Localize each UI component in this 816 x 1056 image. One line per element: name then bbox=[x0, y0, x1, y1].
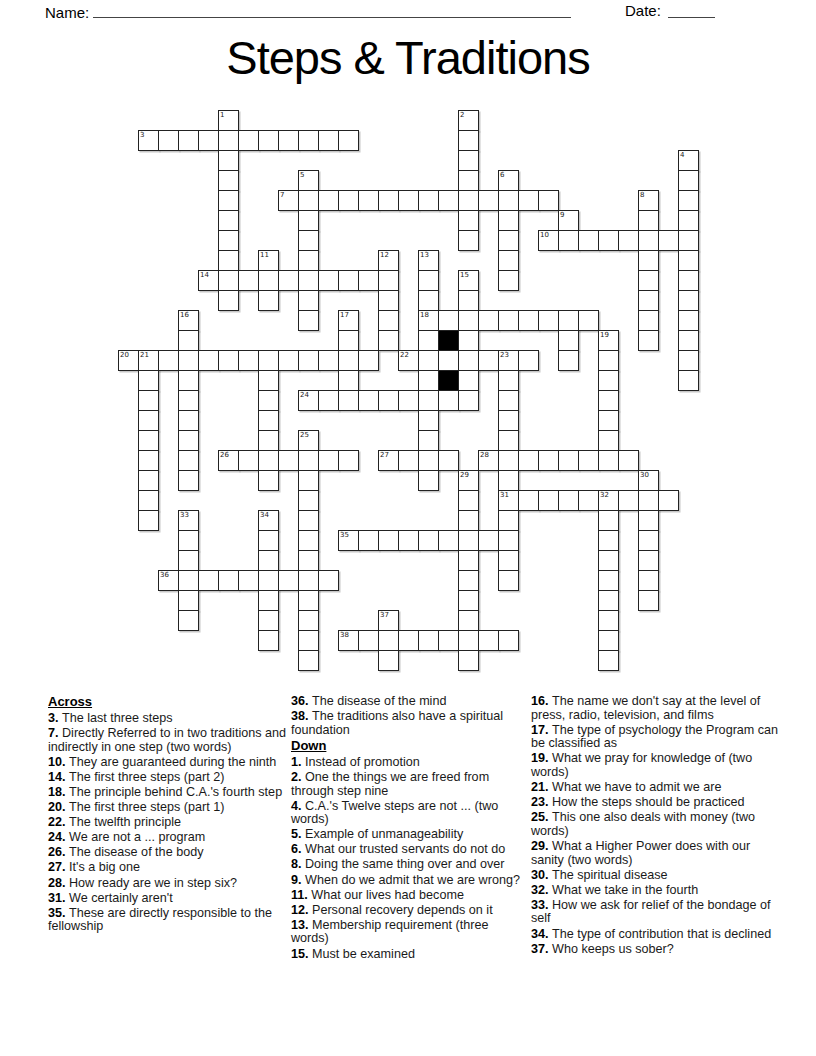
black-cell bbox=[438, 370, 459, 391]
grid-cell[interactable] bbox=[378, 390, 399, 411]
grid-cell[interactable] bbox=[598, 550, 619, 571]
grid-cell[interactable] bbox=[378, 630, 399, 651]
grid-cell[interactable] bbox=[418, 370, 439, 391]
grid-cell[interactable] bbox=[598, 410, 619, 431]
grid-cell[interactable] bbox=[218, 270, 239, 291]
grid-cell[interactable] bbox=[258, 610, 279, 631]
grid-cell[interactable] bbox=[158, 130, 179, 151]
grid-cell[interactable]: 32 bbox=[598, 490, 619, 511]
grid-cell[interactable] bbox=[558, 330, 579, 351]
grid-cell[interactable] bbox=[178, 530, 199, 551]
grid-cell[interactable] bbox=[258, 130, 279, 151]
clue-number: 33 bbox=[180, 511, 189, 519]
grid-cell[interactable] bbox=[278, 350, 299, 371]
grid-cell[interactable] bbox=[478, 530, 499, 551]
grid-cell[interactable] bbox=[558, 350, 579, 371]
grid-cell[interactable] bbox=[298, 290, 319, 311]
grid-cell[interactable] bbox=[398, 530, 419, 551]
grid-cell[interactable] bbox=[358, 390, 379, 411]
grid-cell[interactable] bbox=[138, 390, 159, 411]
grid-cell[interactable] bbox=[598, 350, 619, 371]
grid-cell[interactable] bbox=[258, 450, 279, 471]
grid-cell[interactable] bbox=[318, 190, 339, 211]
grid-cell[interactable] bbox=[638, 270, 659, 291]
grid-cell[interactable]: 27 bbox=[378, 450, 399, 471]
grid-cell[interactable] bbox=[598, 590, 619, 611]
grid-cell[interactable] bbox=[298, 350, 319, 371]
grid-cell[interactable] bbox=[338, 190, 359, 211]
grid-cell[interactable] bbox=[418, 530, 439, 551]
grid-cell[interactable] bbox=[418, 430, 439, 451]
grid-cell[interactable] bbox=[178, 470, 199, 491]
grid-cell[interactable]: 10 bbox=[538, 230, 559, 251]
grid-cell[interactable] bbox=[338, 370, 359, 391]
grid-cell[interactable] bbox=[458, 330, 479, 351]
grid-cell[interactable] bbox=[638, 590, 659, 611]
grid-cell[interactable] bbox=[298, 530, 319, 551]
grid-cell[interactable] bbox=[178, 330, 199, 351]
grid-cell[interactable] bbox=[298, 210, 319, 231]
grid-cell[interactable] bbox=[438, 190, 459, 211]
grid-cell[interactable] bbox=[178, 450, 199, 471]
grid-cell[interactable]: 34 bbox=[258, 510, 279, 531]
grid-cell[interactable] bbox=[258, 290, 279, 311]
grid-cell[interactable]: 22 bbox=[398, 350, 419, 371]
grid-cell[interactable] bbox=[378, 190, 399, 211]
grid-cell[interactable]: 7 bbox=[278, 190, 299, 211]
grid-cell[interactable] bbox=[278, 130, 299, 151]
grid-cell[interactable] bbox=[438, 630, 459, 651]
grid-cell[interactable] bbox=[298, 250, 319, 271]
grid-cell[interactable] bbox=[498, 250, 519, 271]
grid-cell[interactable]: 38 bbox=[338, 630, 359, 651]
grid-cell[interactable]: 14 bbox=[198, 270, 219, 291]
grid-cell[interactable] bbox=[598, 610, 619, 631]
grid-cell[interactable]: 26 bbox=[218, 450, 239, 471]
grid-cell[interactable] bbox=[278, 570, 299, 591]
grid-cell[interactable] bbox=[358, 190, 379, 211]
grid-cell[interactable] bbox=[498, 530, 519, 551]
grid-cell[interactable]: 12 bbox=[378, 250, 399, 271]
grid-cell[interactable] bbox=[678, 270, 699, 291]
grid-cell[interactable] bbox=[458, 170, 479, 191]
clue-across-10: 10. They are guaranteed during the ninth bbox=[48, 756, 288, 770]
grid-cell[interactable] bbox=[678, 230, 699, 251]
grid-cell[interactable] bbox=[518, 450, 539, 471]
grid-cell[interactable]: 1 bbox=[218, 110, 239, 131]
grid-cell[interactable] bbox=[358, 630, 379, 651]
grid-cell[interactable]: 8 bbox=[638, 190, 659, 211]
grid-cell[interactable] bbox=[238, 570, 259, 591]
grid-cell[interactable] bbox=[418, 290, 439, 311]
grid-cell[interactable] bbox=[318, 390, 339, 411]
grid-cell[interactable] bbox=[458, 310, 479, 331]
grid-cell[interactable] bbox=[458, 570, 479, 591]
grid-cell[interactable] bbox=[478, 310, 499, 331]
grid-cell[interactable]: 21 bbox=[138, 350, 159, 371]
grid-cell[interactable] bbox=[258, 590, 279, 611]
grid-cell[interactable] bbox=[678, 170, 699, 191]
grid-cell[interactable] bbox=[258, 390, 279, 411]
grid-cell[interactable] bbox=[558, 230, 579, 251]
grid-cell[interactable]: 37 bbox=[378, 610, 399, 631]
grid-cell[interactable] bbox=[298, 590, 319, 611]
grid-cell[interactable] bbox=[478, 190, 499, 211]
grid-cell[interactable] bbox=[438, 310, 459, 331]
grid-cell[interactable] bbox=[458, 590, 479, 611]
grid-cell[interactable] bbox=[378, 530, 399, 551]
grid-cell[interactable] bbox=[418, 350, 439, 371]
grid-cell[interactable] bbox=[498, 390, 519, 411]
grid-cell[interactable] bbox=[658, 490, 679, 511]
grid-cell[interactable] bbox=[598, 430, 619, 451]
grid-cell[interactable] bbox=[498, 310, 519, 331]
grid-cell[interactable] bbox=[218, 130, 239, 151]
grid-cell[interactable] bbox=[598, 650, 619, 671]
grid-cell[interactable] bbox=[458, 490, 479, 511]
grid-cell[interactable] bbox=[578, 310, 599, 331]
grid-cell[interactable] bbox=[238, 350, 259, 371]
grid-cell[interactable]: 30 bbox=[638, 470, 659, 491]
grid-cell[interactable] bbox=[678, 370, 699, 391]
grid-cell[interactable] bbox=[678, 190, 699, 211]
clue-number: 37 bbox=[380, 611, 389, 619]
grid-cell[interactable] bbox=[598, 390, 619, 411]
grid-cell[interactable] bbox=[138, 510, 159, 531]
grid-cell[interactable] bbox=[338, 270, 359, 291]
grid-cell[interactable] bbox=[598, 630, 619, 651]
grid-cell[interactable] bbox=[578, 490, 599, 511]
clue-down-13: 13. Membership requirement (three words) bbox=[291, 919, 522, 946]
grid-cell[interactable] bbox=[258, 350, 279, 371]
grid-cell[interactable] bbox=[298, 190, 319, 211]
grid-cell[interactable]: 13 bbox=[418, 250, 439, 271]
grid-cell[interactable] bbox=[638, 250, 659, 271]
grid-cell[interactable] bbox=[398, 390, 419, 411]
grid-cell[interactable] bbox=[258, 270, 279, 291]
grid-cell[interactable] bbox=[598, 370, 619, 391]
grid-cell[interactable] bbox=[298, 650, 319, 671]
grid-cell[interactable] bbox=[298, 310, 319, 331]
grid-cell[interactable] bbox=[478, 630, 499, 651]
grid-cell[interactable] bbox=[358, 350, 379, 371]
grid-cell[interactable] bbox=[438, 530, 459, 551]
grid-cell[interactable]: 6 bbox=[498, 170, 519, 191]
grid-cell[interactable] bbox=[298, 550, 319, 571]
grid-cell[interactable] bbox=[238, 450, 259, 471]
grid-cell[interactable] bbox=[138, 490, 159, 511]
grid-cell[interactable] bbox=[418, 270, 439, 291]
grid-cell[interactable] bbox=[498, 470, 519, 491]
clue-number: 28 bbox=[480, 451, 489, 459]
grid-cell[interactable]: 16 bbox=[178, 310, 199, 331]
grid-cell[interactable]: 11 bbox=[258, 250, 279, 271]
grid-cell[interactable] bbox=[458, 150, 479, 171]
grid-cell[interactable] bbox=[458, 370, 479, 391]
grid-cell[interactable] bbox=[418, 450, 439, 471]
grid-cell[interactable] bbox=[458, 510, 479, 531]
grid-cell[interactable] bbox=[218, 570, 239, 591]
grid-cell[interactable] bbox=[218, 210, 239, 231]
grid-cell[interactable] bbox=[338, 330, 359, 351]
grid-cell[interactable]: 31 bbox=[498, 490, 519, 511]
clue-number: 11 bbox=[260, 251, 269, 259]
grid-cell[interactable] bbox=[298, 130, 319, 151]
grid-cell[interactable] bbox=[498, 570, 519, 591]
grid-cell[interactable] bbox=[578, 450, 599, 471]
grid-cell[interactable] bbox=[258, 430, 279, 451]
grid-cell[interactable] bbox=[378, 330, 399, 351]
grid-cell[interactable]: 33 bbox=[178, 510, 199, 531]
grid-cell[interactable] bbox=[518, 490, 539, 511]
grid-cell[interactable] bbox=[238, 270, 259, 291]
grid-cell[interactable] bbox=[298, 450, 319, 471]
grid-cell[interactable] bbox=[558, 450, 579, 471]
grid-cell[interactable] bbox=[638, 490, 659, 511]
grid-cell[interactable] bbox=[418, 630, 439, 651]
grid-cell[interactable] bbox=[458, 350, 479, 371]
grid-cell[interactable]: 5 bbox=[298, 170, 319, 191]
grid-cell[interactable] bbox=[598, 230, 619, 251]
crossword-grid: 1234567891011121314151617181920212223242… bbox=[0, 0, 816, 700]
grid-cell[interactable] bbox=[518, 310, 539, 331]
grid-cell[interactable] bbox=[538, 310, 559, 331]
grid-cell[interactable]: 25 bbox=[298, 430, 319, 451]
grid-cell[interactable]: 18 bbox=[418, 310, 439, 331]
grid-cell[interactable] bbox=[438, 450, 459, 471]
grid-cell[interactable] bbox=[198, 130, 219, 151]
worksheet-page: Name: Date: Steps & Traditions 123456789… bbox=[0, 0, 816, 1056]
grid-cell[interactable] bbox=[398, 190, 419, 211]
grid-cell[interactable] bbox=[278, 450, 299, 471]
grid-cell[interactable] bbox=[458, 230, 479, 251]
grid-cell[interactable] bbox=[218, 250, 239, 271]
grid-cell[interactable] bbox=[578, 230, 599, 251]
grid-cell[interactable] bbox=[298, 470, 319, 491]
grid-cell[interactable] bbox=[218, 230, 239, 251]
grid-cell[interactable] bbox=[158, 350, 179, 371]
grid-cell[interactable]: 36 bbox=[158, 570, 179, 591]
grid-cell[interactable] bbox=[518, 350, 539, 371]
grid-cell[interactable] bbox=[498, 210, 519, 231]
grid-cell[interactable] bbox=[598, 530, 619, 551]
grid-cell[interactable] bbox=[678, 310, 699, 331]
grid-cell[interactable] bbox=[638, 530, 659, 551]
grid-cell[interactable] bbox=[498, 370, 519, 391]
grid-cell[interactable] bbox=[678, 350, 699, 371]
grid-cell[interactable] bbox=[458, 390, 479, 411]
grid-cell[interactable] bbox=[678, 290, 699, 311]
grid-cell[interactable] bbox=[298, 490, 319, 511]
grid-cell[interactable] bbox=[358, 270, 379, 291]
grid-cell[interactable] bbox=[498, 450, 519, 471]
grid-cell[interactable]: 4 bbox=[678, 150, 699, 171]
grid-cell[interactable] bbox=[398, 450, 419, 471]
grid-cell[interactable] bbox=[318, 130, 339, 151]
grid-cell[interactable] bbox=[178, 610, 199, 631]
grid-cell[interactable] bbox=[298, 570, 319, 591]
grid-cell[interactable] bbox=[638, 570, 659, 591]
grid-cell[interactable] bbox=[378, 310, 399, 331]
grid-cell[interactable]: 15 bbox=[458, 270, 479, 291]
grid-cell[interactable] bbox=[498, 270, 519, 291]
grid-cell[interactable] bbox=[558, 490, 579, 511]
grid-cell[interactable]: 29 bbox=[458, 470, 479, 491]
grid-cell[interactable] bbox=[338, 390, 359, 411]
grid-cell[interactable] bbox=[598, 570, 619, 591]
grid-cell[interactable] bbox=[478, 350, 499, 371]
grid-cell[interactable] bbox=[498, 550, 519, 571]
grid-cell[interactable] bbox=[218, 350, 239, 371]
grid-cell[interactable] bbox=[678, 250, 699, 271]
grid-cell[interactable] bbox=[598, 510, 619, 531]
grid-cell[interactable] bbox=[458, 290, 479, 311]
grid-cell[interactable] bbox=[178, 570, 199, 591]
grid-cell[interactable] bbox=[458, 190, 479, 211]
grid-cell[interactable] bbox=[418, 190, 439, 211]
grid-cell[interactable] bbox=[558, 310, 579, 331]
clue-number: 6 bbox=[500, 171, 504, 179]
grid-cell[interactable]: 20 bbox=[118, 350, 139, 371]
grid-cell[interactable] bbox=[638, 210, 659, 231]
grid-cell[interactable] bbox=[418, 470, 439, 491]
grid-cell[interactable] bbox=[138, 450, 159, 471]
grid-cell[interactable] bbox=[298, 230, 319, 251]
grid-cell[interactable] bbox=[338, 350, 359, 371]
grid-cell[interactable]: 17 bbox=[338, 310, 359, 331]
grid-cell[interactable] bbox=[678, 210, 699, 231]
grid-cell[interactable] bbox=[638, 310, 659, 331]
grid-cell[interactable] bbox=[178, 350, 199, 371]
grid-cell[interactable] bbox=[258, 570, 279, 591]
grid-cell[interactable] bbox=[458, 130, 479, 151]
grid-cell[interactable] bbox=[258, 410, 279, 431]
grid-cell[interactable] bbox=[178, 550, 199, 571]
grid-cell[interactable] bbox=[498, 510, 519, 531]
grid-cell[interactable] bbox=[418, 410, 439, 431]
grid-cell[interactable] bbox=[338, 450, 359, 471]
grid-cell[interactable] bbox=[298, 270, 319, 291]
grid-cell[interactable] bbox=[638, 510, 659, 531]
grid-cell[interactable] bbox=[618, 230, 639, 251]
grid-cell[interactable] bbox=[418, 390, 439, 411]
grid-cell[interactable] bbox=[278, 270, 299, 291]
grid-cell[interactable] bbox=[298, 610, 319, 631]
grid-cell[interactable] bbox=[458, 630, 479, 651]
grid-cell[interactable] bbox=[638, 550, 659, 571]
grid-cell[interactable] bbox=[138, 430, 159, 451]
grid-cell[interactable] bbox=[638, 290, 659, 311]
grid-cell[interactable] bbox=[178, 130, 199, 151]
clue-number: 36 bbox=[160, 571, 169, 579]
grid-cell[interactable]: 35 bbox=[338, 530, 359, 551]
grid-cell[interactable] bbox=[518, 190, 539, 211]
grid-cell[interactable] bbox=[538, 490, 559, 511]
grid-cell[interactable] bbox=[218, 150, 239, 171]
grid-cell[interactable]: 19 bbox=[598, 330, 619, 351]
grid-cell[interactable] bbox=[358, 530, 379, 551]
grid-cell[interactable] bbox=[598, 450, 619, 471]
grid-cell[interactable] bbox=[258, 470, 279, 491]
grid-cell[interactable] bbox=[338, 130, 359, 151]
grid-cell[interactable] bbox=[618, 450, 639, 471]
grid-cell[interactable] bbox=[258, 550, 279, 571]
grid-cell[interactable] bbox=[318, 570, 339, 591]
clue-number: 25 bbox=[300, 431, 309, 439]
grid-cell[interactable] bbox=[378, 650, 399, 671]
grid-cell[interactable]: 28 bbox=[478, 450, 499, 471]
grid-cell[interactable] bbox=[218, 190, 239, 211]
clue-number: 34 bbox=[260, 511, 269, 519]
grid-cell[interactable] bbox=[638, 330, 659, 351]
grid-cell[interactable] bbox=[178, 590, 199, 611]
grid-cell[interactable] bbox=[458, 610, 479, 631]
grid-cell[interactable] bbox=[198, 350, 219, 371]
grid-cell[interactable] bbox=[658, 230, 679, 251]
grid-cell[interactable]: 2 bbox=[458, 110, 479, 131]
grid-cell[interactable] bbox=[218, 170, 239, 191]
grid-cell[interactable] bbox=[318, 270, 339, 291]
grid-cell[interactable] bbox=[238, 130, 259, 151]
grid-cell[interactable] bbox=[138, 370, 159, 391]
grid-cell[interactable]: 24 bbox=[298, 390, 319, 411]
grid-cell[interactable] bbox=[538, 450, 559, 471]
grid-cell[interactable] bbox=[418, 330, 439, 351]
grid-cell[interactable]: 3 bbox=[138, 130, 159, 151]
grid-cell[interactable] bbox=[438, 390, 459, 411]
grid-cell[interactable] bbox=[378, 270, 399, 291]
grid-cell[interactable] bbox=[398, 630, 419, 651]
grid-cell[interactable] bbox=[538, 190, 559, 211]
clue-number: 20 bbox=[120, 351, 129, 359]
grid-cell[interactable] bbox=[258, 530, 279, 551]
grid-cell[interactable] bbox=[178, 430, 199, 451]
grid-cell[interactable] bbox=[678, 330, 699, 351]
grid-cell[interactable] bbox=[438, 350, 459, 371]
grid-cell[interactable] bbox=[138, 470, 159, 491]
grid-cell[interactable] bbox=[298, 630, 319, 651]
grid-cell[interactable] bbox=[258, 630, 279, 651]
grid-cell[interactable] bbox=[498, 630, 519, 651]
grid-cell[interactable] bbox=[378, 290, 399, 311]
grid-cell[interactable] bbox=[198, 570, 219, 591]
grid-cell[interactable] bbox=[258, 370, 279, 391]
grid-cell[interactable] bbox=[178, 410, 199, 431]
grid-cell[interactable] bbox=[178, 390, 199, 411]
grid-cell[interactable] bbox=[458, 530, 479, 551]
grid-cell[interactable] bbox=[138, 410, 159, 431]
grid-cell[interactable] bbox=[178, 370, 199, 391]
grid-cell[interactable]: 9 bbox=[558, 210, 579, 231]
grid-cell[interactable]: 23 bbox=[498, 350, 519, 371]
grid-cell[interactable] bbox=[618, 490, 639, 511]
clue-down-15: 15. Must be examined bbox=[291, 948, 522, 962]
grid-cell[interactable] bbox=[498, 430, 519, 451]
grid-cell[interactable] bbox=[318, 450, 339, 471]
grid-cell[interactable] bbox=[498, 410, 519, 431]
grid-cell[interactable] bbox=[218, 290, 239, 311]
clue-number: 30 bbox=[640, 471, 649, 479]
grid-cell[interactable] bbox=[318, 350, 339, 371]
grid-cell[interactable] bbox=[298, 510, 319, 531]
grid-cell[interactable] bbox=[458, 210, 479, 231]
grid-cell[interactable] bbox=[638, 230, 659, 251]
grid-cell[interactable] bbox=[498, 190, 519, 211]
grid-cell[interactable] bbox=[498, 230, 519, 251]
grid-cell[interactable] bbox=[458, 650, 479, 671]
grid-cell[interactable] bbox=[458, 550, 479, 571]
clue-number: 4 bbox=[680, 151, 684, 159]
